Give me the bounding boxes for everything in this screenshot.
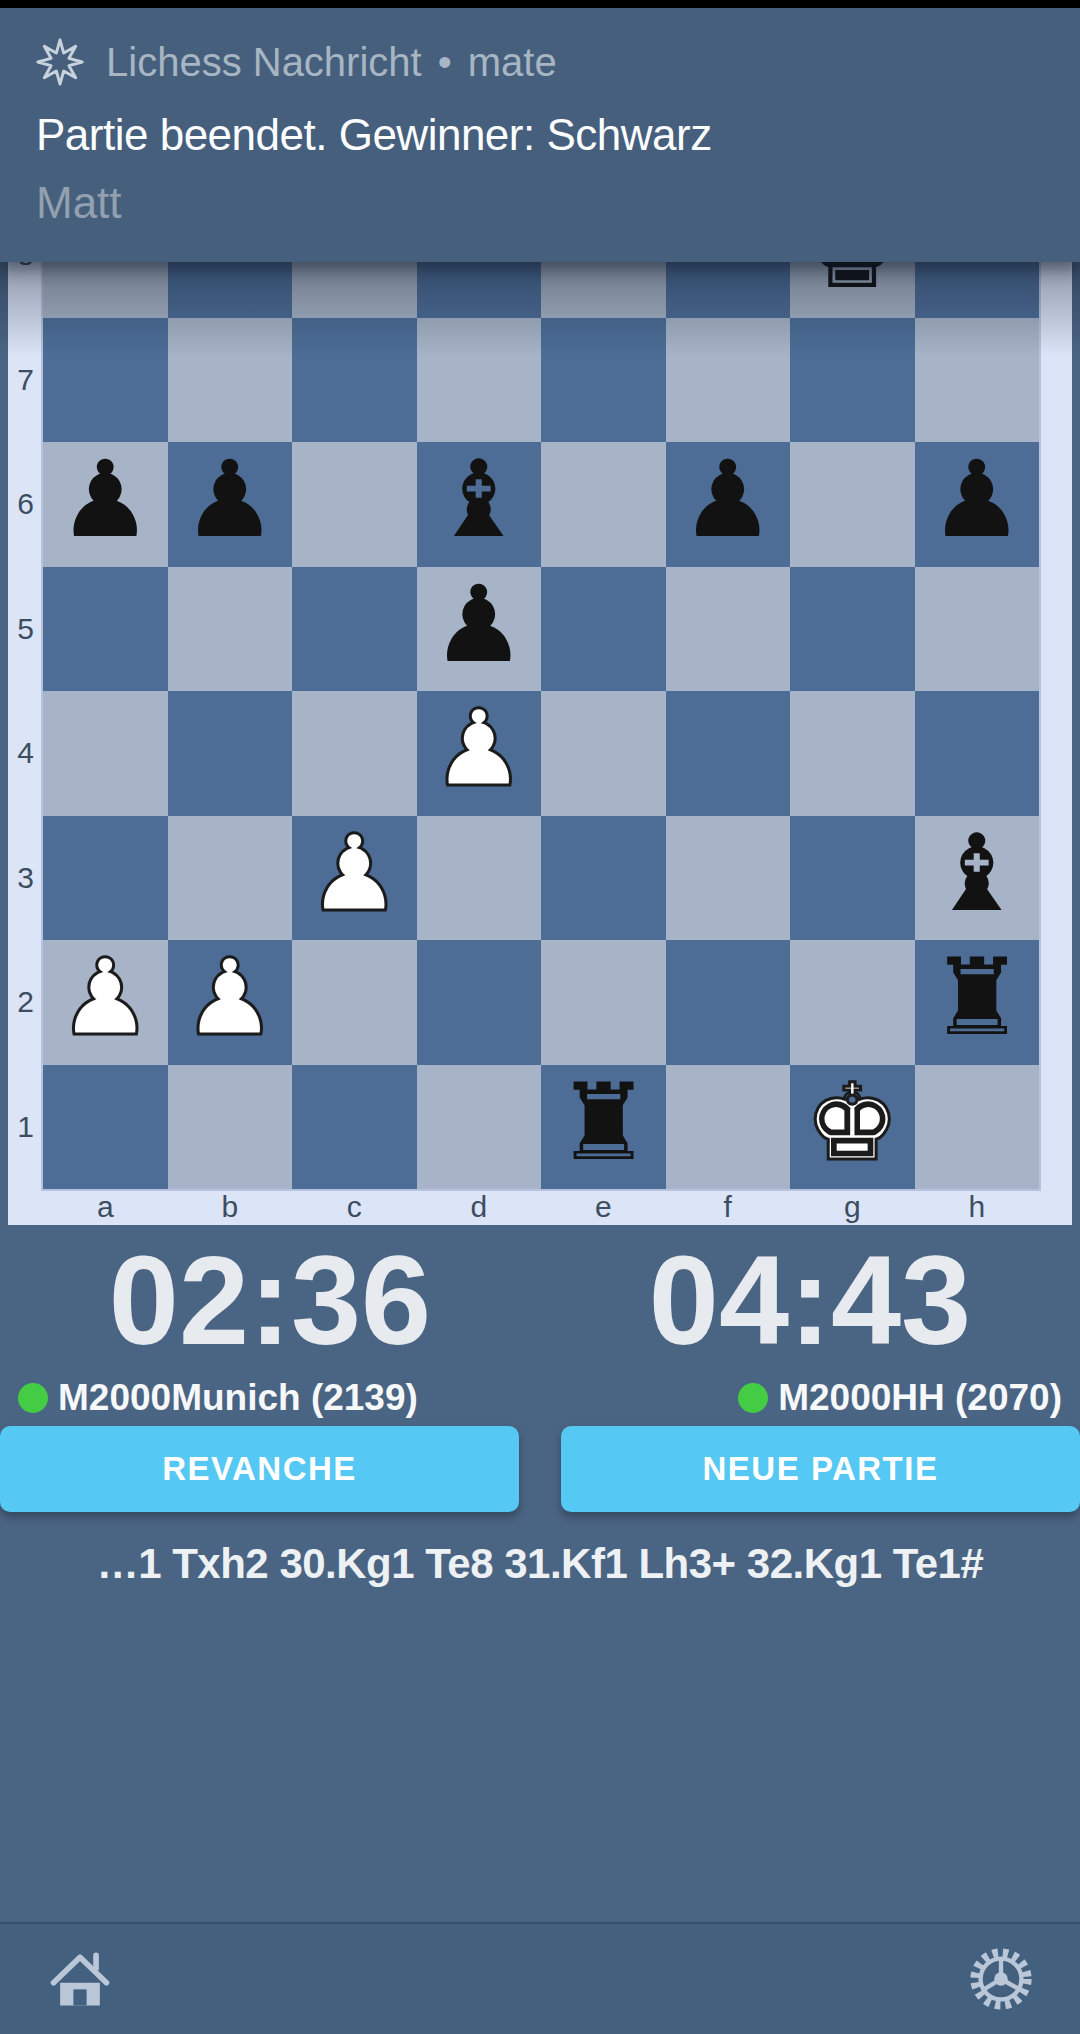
- piece-white-pawn-d4[interactable]: ♟: [431, 696, 526, 802]
- notification-separator: •: [438, 40, 452, 84]
- square-a2[interactable]: ♟: [43, 940, 168, 1065]
- square-f5[interactable]: [666, 567, 791, 692]
- rank-label-4: 4: [8, 691, 43, 816]
- square-c8[interactable]: [292, 262, 417, 318]
- piece-black-bishop-d6[interactable]: ♝: [431, 447, 526, 553]
- square-a5[interactable]: [43, 567, 168, 692]
- file-label-a: a: [43, 1189, 168, 1225]
- square-a6[interactable]: ♟: [43, 442, 168, 567]
- square-d3[interactable]: [417, 816, 542, 941]
- square-d1[interactable]: [417, 1065, 542, 1190]
- file-label-g: g: [790, 1189, 915, 1225]
- file-label-e: e: [541, 1189, 666, 1225]
- square-b7[interactable]: [168, 318, 293, 443]
- piece-black-pawn-b6[interactable]: ♟: [182, 447, 277, 553]
- clocks-row: 02:36 04:43: [0, 1238, 1080, 1364]
- online-status-dot: [18, 1383, 48, 1413]
- square-h7[interactable]: [915, 318, 1040, 443]
- square-f4[interactable]: [666, 691, 791, 816]
- square-e5[interactable]: [541, 567, 666, 692]
- square-g3[interactable]: [790, 816, 915, 941]
- new-game-button[interactable]: NEUE PARTIE: [561, 1426, 1080, 1512]
- square-d8[interactable]: [417, 262, 542, 318]
- square-c7[interactable]: [292, 318, 417, 443]
- rank-label-7: 7: [8, 318, 43, 443]
- spacer: [0, 1588, 1080, 1922]
- rank-label-1: 1: [8, 1065, 43, 1190]
- bottom-nav-bar: [0, 1922, 1080, 2034]
- piece-black-rook-h2[interactable]: ♜: [929, 945, 1024, 1051]
- rank-labels: 87654321: [8, 262, 43, 1189]
- piece-white-pawn-b2[interactable]: ♟: [182, 945, 277, 1051]
- square-b4[interactable]: [168, 691, 293, 816]
- square-d5[interactable]: ♟: [417, 567, 542, 692]
- square-f2[interactable]: [666, 940, 791, 1065]
- rank-label-2: 2: [8, 940, 43, 1065]
- piece-white-pawn-a2[interactable]: ♟: [58, 945, 153, 1051]
- piece-white-pawn-c3[interactable]: ♟: [307, 821, 402, 927]
- chess-board[interactable]: ♚♟♟♝♟♟♟♟♟♝♟♟♜♜♚: [43, 262, 1039, 1189]
- square-e8[interactable]: [541, 262, 666, 318]
- square-h3[interactable]: ♝: [915, 816, 1040, 941]
- square-f6[interactable]: ♟: [666, 442, 791, 567]
- file-label-f: f: [666, 1189, 791, 1225]
- file-label-b: b: [168, 1189, 293, 1225]
- square-e2[interactable]: [541, 940, 666, 1065]
- chess-board-viewport: 87654321 ♚♟♟♝♟♟♟♟♟♝♟♟♜♜♚ abcdefgh: [0, 262, 1080, 1226]
- square-d4[interactable]: ♟: [417, 691, 542, 816]
- file-labels: abcdefgh: [43, 1189, 1039, 1225]
- square-b6[interactable]: ♟: [168, 442, 293, 567]
- square-g8[interactable]: ♚: [790, 262, 915, 318]
- square-a7[interactable]: [43, 318, 168, 443]
- square-b1[interactable]: [168, 1065, 293, 1190]
- square-c3[interactable]: ♟: [292, 816, 417, 941]
- square-f8[interactable]: [666, 262, 791, 318]
- chess-board-frame: 87654321 ♚♟♟♝♟♟♟♟♟♝♟♟♜♜♚ abcdefgh: [8, 262, 1072, 1225]
- file-label-h: h: [915, 1189, 1040, 1225]
- square-f7[interactable]: [666, 318, 791, 443]
- square-g7[interactable]: [790, 318, 915, 443]
- player-left: M2000Munich (2139): [0, 1374, 540, 1422]
- square-b8[interactable]: [168, 262, 293, 318]
- square-h5[interactable]: [915, 567, 1040, 692]
- notification-title-row: Lichess Nachricht • mate: [36, 8, 1044, 86]
- file-label-c: c: [292, 1189, 417, 1225]
- piece-white-king-g1[interactable]: ♚: [805, 1070, 900, 1176]
- player-right: M2000HH (2070): [540, 1374, 1080, 1422]
- piece-black-pawn-a6[interactable]: ♟: [58, 447, 153, 553]
- square-g1[interactable]: ♚: [790, 1065, 915, 1190]
- square-d2[interactable]: [417, 940, 542, 1065]
- square-c2[interactable]: [292, 940, 417, 1065]
- square-c1[interactable]: [292, 1065, 417, 1190]
- player-left-name: M2000Munich (2139): [58, 1377, 418, 1419]
- status-bar: [0, 0, 1080, 8]
- square-e6[interactable]: [541, 442, 666, 567]
- rematch-button[interactable]: REVANCHE: [0, 1426, 519, 1512]
- square-a4[interactable]: [43, 691, 168, 816]
- game-result-message: Partie beendet. Gewinner: Schwarz: [36, 110, 1044, 160]
- move-list: …1 Txh2 30.Kg1 Te8 31.Kf1 Lh3+ 32.Kg1 Te…: [0, 1540, 1080, 1588]
- file-label-d: d: [417, 1189, 542, 1225]
- square-c5[interactable]: [292, 567, 417, 692]
- piece-black-pawn-f6[interactable]: ♟: [680, 447, 775, 553]
- square-a1[interactable]: [43, 1065, 168, 1190]
- notification-header: Lichess Nachricht • mate Partie beendet.…: [0, 8, 1080, 262]
- home-icon[interactable]: [44, 1945, 116, 2013]
- square-h6[interactable]: ♟: [915, 442, 1040, 567]
- rank-label-3: 3: [8, 816, 43, 941]
- square-d7[interactable]: [417, 318, 542, 443]
- square-g5[interactable]: [790, 567, 915, 692]
- rank-label-8: 8: [8, 262, 43, 318]
- square-h4[interactable]: [915, 691, 1040, 816]
- square-f1[interactable]: [666, 1065, 791, 1190]
- square-g2[interactable]: [790, 940, 915, 1065]
- square-h1[interactable]: [915, 1065, 1040, 1190]
- square-b2[interactable]: ♟: [168, 940, 293, 1065]
- square-b5[interactable]: [168, 567, 293, 692]
- square-a8[interactable]: [43, 262, 168, 318]
- piece-black-rook-e1[interactable]: ♜: [556, 1070, 651, 1176]
- piece-black-pawn-h6[interactable]: ♟: [929, 447, 1024, 553]
- app-root: Lichess Nachricht • mate Partie beendet.…: [0, 0, 1080, 2034]
- clock-left: 02:36: [0, 1238, 540, 1364]
- square-f3[interactable]: [666, 816, 791, 941]
- settings-gear-icon[interactable]: [966, 1944, 1036, 2014]
- clock-right: 04:43: [540, 1238, 1080, 1364]
- notification-tag: mate: [468, 40, 557, 84]
- square-g6[interactable]: [790, 442, 915, 567]
- rank-label-6: 6: [8, 442, 43, 567]
- square-h2[interactable]: ♜: [915, 940, 1040, 1065]
- player-right-name: M2000HH (2070): [778, 1377, 1062, 1419]
- square-a3[interactable]: [43, 816, 168, 941]
- square-h8[interactable]: [915, 262, 1040, 318]
- square-g4[interactable]: [790, 691, 915, 816]
- piece-black-bishop-h3[interactable]: ♝: [929, 821, 1024, 927]
- square-b3[interactable]: [168, 816, 293, 941]
- game-result-detail: Matt: [36, 178, 1044, 228]
- notification-source: Lichess Nachricht: [106, 40, 422, 84]
- action-buttons-row: REVANCHE NEUE PARTIE: [0, 1426, 1080, 1512]
- players-row: M2000Munich (2139) M2000HH (2070): [0, 1374, 1080, 1422]
- notification-star-icon: [36, 38, 84, 86]
- square-e1[interactable]: ♜: [541, 1065, 666, 1190]
- rank-label-5: 5: [8, 567, 43, 692]
- online-status-dot: [738, 1383, 768, 1413]
- square-c6[interactable]: [292, 442, 417, 567]
- piece-black-pawn-d5[interactable]: ♟: [431, 572, 526, 678]
- square-e4[interactable]: [541, 691, 666, 816]
- square-c4[interactable]: [292, 691, 417, 816]
- square-e7[interactable]: [541, 318, 666, 443]
- piece-black-king-g8[interactable]: ♚: [805, 262, 900, 304]
- square-e3[interactable]: [541, 816, 666, 941]
- square-d6[interactable]: ♝: [417, 442, 542, 567]
